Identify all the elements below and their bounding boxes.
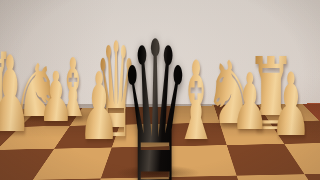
white-pawn-4-piece: ♟ bbox=[231, 63, 269, 141]
black-queen-piece: ♛ bbox=[119, 15, 191, 180]
white-pawn-5-piece: ♟ bbox=[270, 62, 311, 149]
white-pawn-1-piece: ♟ bbox=[0, 43, 32, 148]
pieces-layer: ♜♞♝♟♟♛♟♝♞♜♟♟♛ bbox=[0, 0, 320, 180]
chess-photo-scene: ♜♞♝♟♟♛♟♝♞♜♟♟♛ bbox=[0, 0, 320, 180]
white-pawn-2-piece: ♟ bbox=[38, 63, 74, 132]
white-pawn-3-piece: ♟ bbox=[78, 61, 120, 154]
